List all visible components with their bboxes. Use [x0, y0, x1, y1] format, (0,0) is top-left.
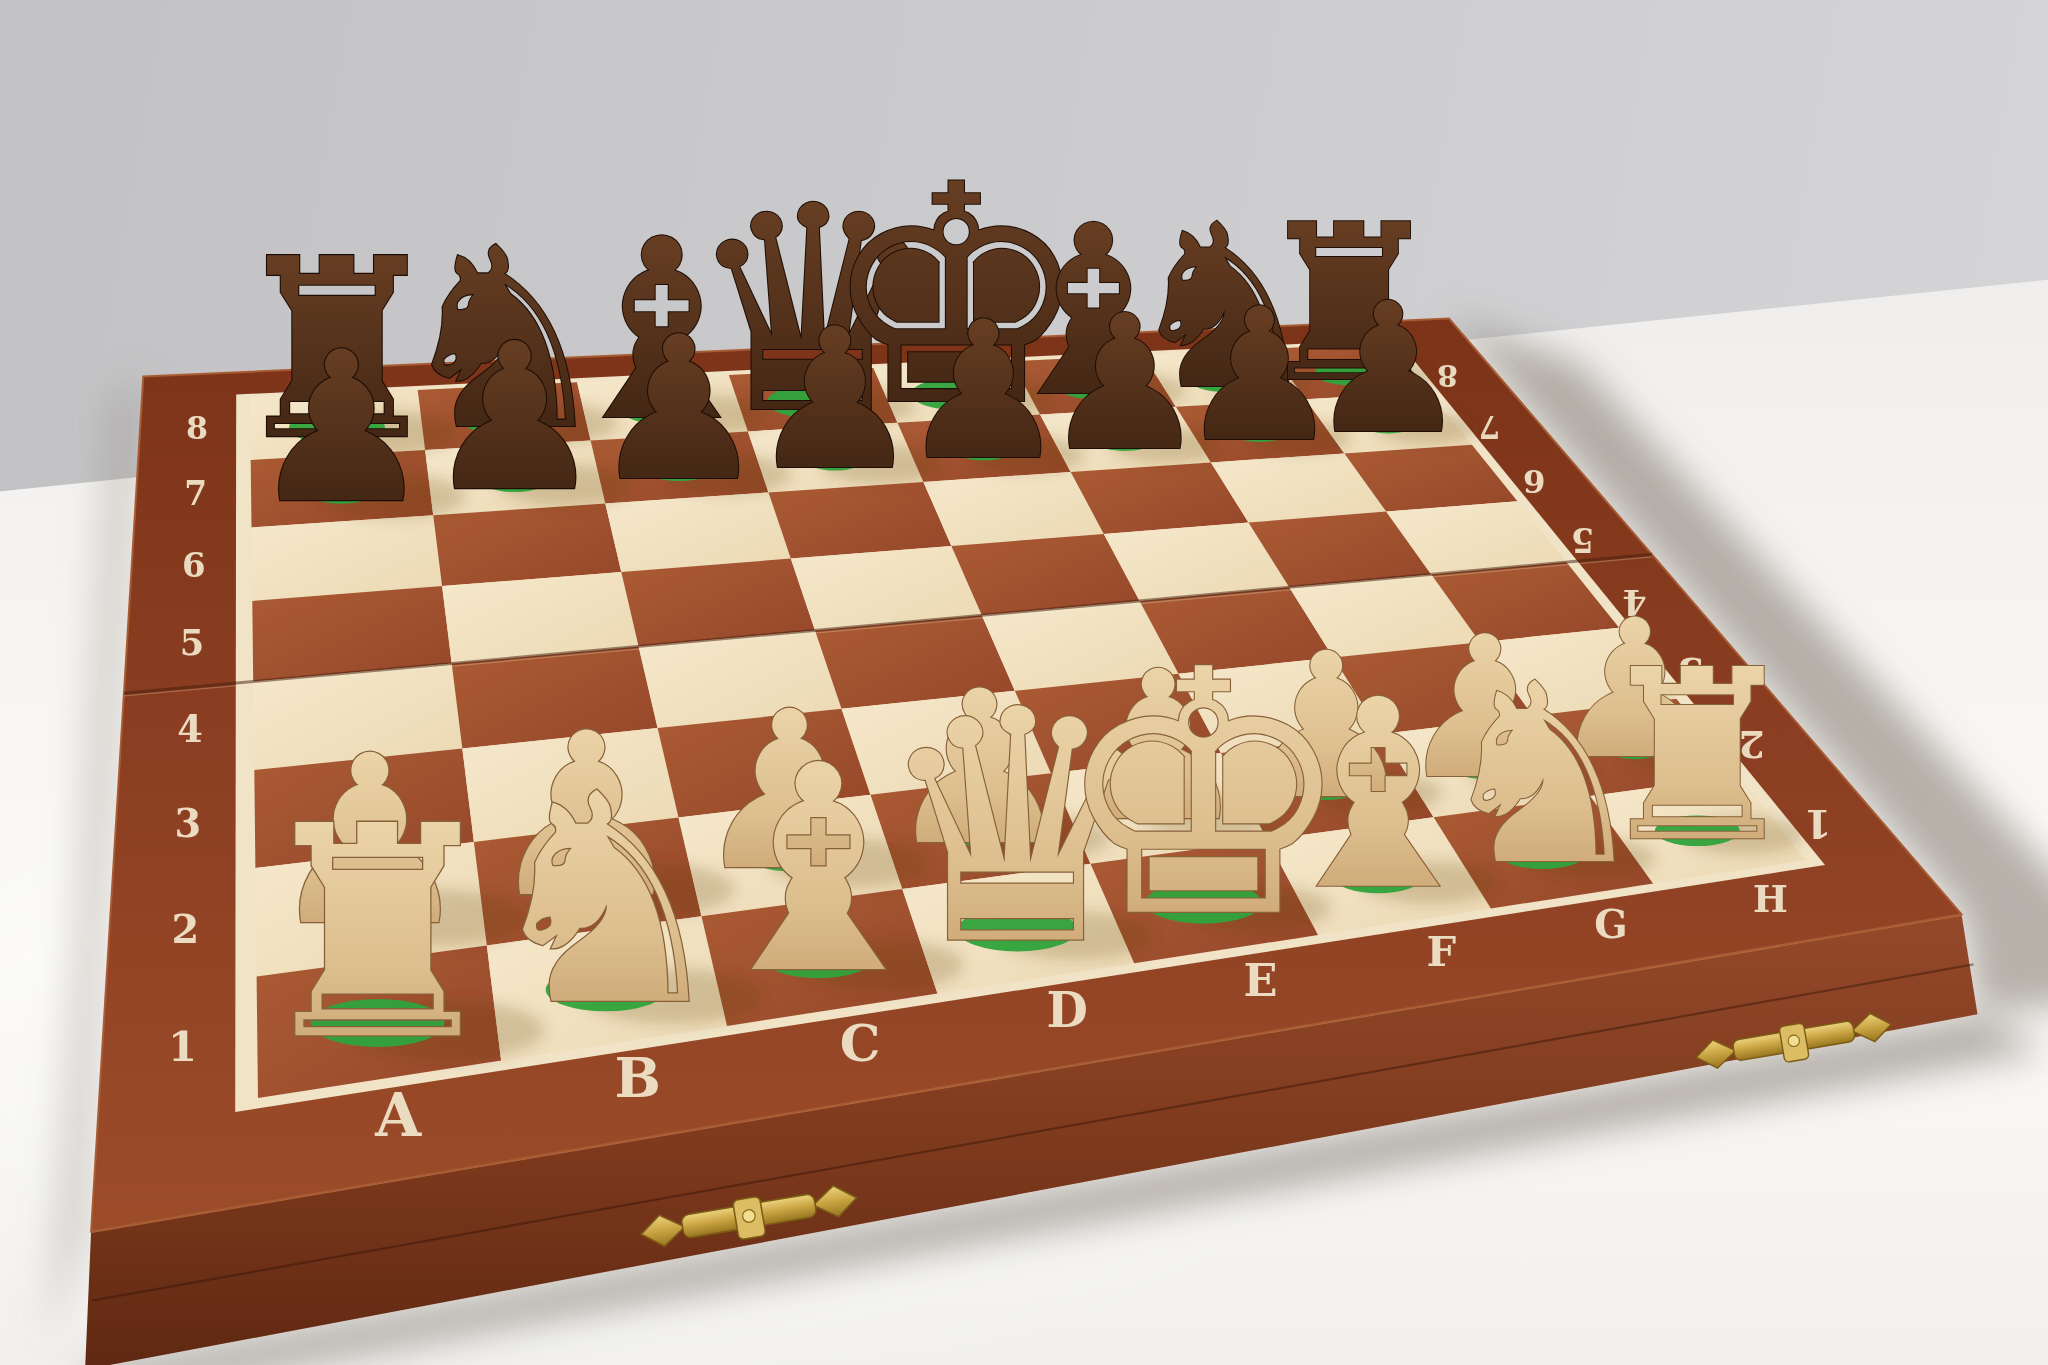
rank-label-left-2: 2: [171, 906, 199, 952]
piece-black-pawn-h7[interactable]: ♟: [1308, 264, 1477, 473]
rank-label-left-7: 7: [184, 474, 207, 513]
rank-label-right-5: 5: [1571, 520, 1594, 560]
scene: 8877665544332211ABCDEFGH ♜♞♝♛♚♝♞♜♟♟♟♟♟♟♟…: [0, 0, 2048, 1365]
piece-glyph-rook: ♜: [247, 764, 509, 1104]
piece-glyph-pawn: ♟: [590, 294, 768, 525]
rank-label-left-3: 3: [174, 801, 201, 846]
rank-label-right-6: 6: [1523, 462, 1546, 500]
rank-label-right-1: 1: [1804, 801, 1832, 847]
piece-glyph-rook: ♜: [1592, 619, 1803, 894]
piece-glyph-pawn: ♟: [748, 287, 922, 513]
rank-label-left-1: 1: [168, 1022, 197, 1071]
rank-label-left-5: 5: [180, 622, 205, 663]
piece-glyph-pawn: ♟: [248, 307, 434, 549]
piece-glyph-pawn: ♟: [424, 300, 606, 536]
rank-label-left-8: 8: [186, 409, 208, 446]
chess-board: 8877665544332211ABCDEFGH ♜♞♝♛♚♝♞♜♟♟♟♟♟♟♟…: [0, 0, 2048, 1365]
piece-glyph-pawn: ♟: [1308, 264, 1469, 473]
rank-label-left-6: 6: [182, 545, 206, 585]
piece-white-rook-h1[interactable]: ♜: [1592, 619, 1804, 894]
rank-label-left-4: 4: [177, 708, 203, 751]
rank-label-right-7: 7: [1479, 409, 1501, 445]
